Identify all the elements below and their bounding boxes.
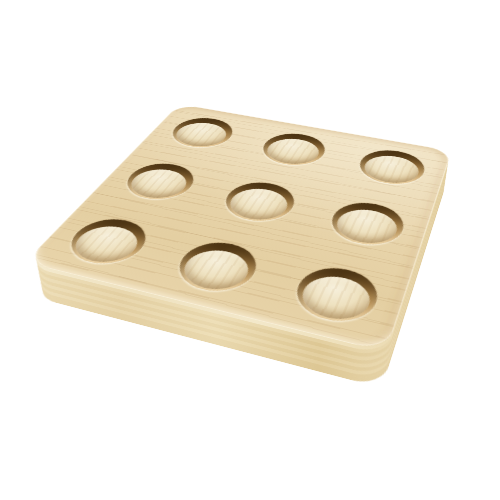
game-board: ●●●●●●●●● xyxy=(24,104,451,352)
board-hole: ● xyxy=(353,146,429,189)
product-photo-stage: ●●●●●●●●● xyxy=(0,0,500,500)
wooden-ball[interactable]: ● xyxy=(222,185,294,225)
board-grid: ●●●●●●●●● xyxy=(24,104,451,352)
wooden-ball[interactable]: ● xyxy=(174,245,257,295)
wooden-ball[interactable]: ● xyxy=(330,205,402,248)
wooden-ball[interactable]: ● xyxy=(64,222,147,268)
board-hole: ● xyxy=(215,178,302,227)
board-3d-wrap: ●●●●●●●●● xyxy=(24,104,451,352)
board-hole: ● xyxy=(163,114,241,151)
board-hole: ● xyxy=(324,198,410,251)
wooden-ball[interactable]: ● xyxy=(260,135,324,167)
board-hole: ● xyxy=(255,130,332,170)
board-hole: ● xyxy=(167,237,267,298)
board-hole: ● xyxy=(287,262,385,329)
wooden-ball[interactable]: ● xyxy=(359,152,423,187)
wooden-ball[interactable]: ● xyxy=(122,166,195,203)
wooden-ball[interactable]: ● xyxy=(294,271,376,326)
board-hole: ● xyxy=(116,159,204,204)
wooden-ball[interactable]: ● xyxy=(168,120,233,150)
board-hole: ● xyxy=(57,214,157,270)
